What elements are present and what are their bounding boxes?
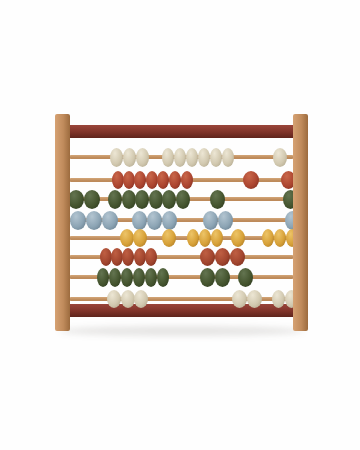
bead-row7-green-5[interactable] (145, 268, 157, 287)
bead-row7-green-4[interactable] (133, 268, 145, 287)
bead-row5-yellow-3[interactable] (162, 229, 176, 247)
bead-row1-cream-2[interactable] (123, 148, 136, 167)
bead-row5-yellow-8[interactable] (262, 229, 274, 247)
bead-row7-green-3[interactable] (121, 268, 133, 287)
bead-row5-yellow-7[interactable] (231, 229, 245, 247)
bead-row4-blue-8[interactable] (218, 211, 233, 230)
bead-row8-cream-5[interactable] (247, 290, 262, 308)
bead-row1-cream-1[interactable] (110, 148, 123, 167)
bead-row3-green-6[interactable] (149, 190, 163, 209)
bead-row5-yellow-1[interactable] (120, 229, 134, 247)
bead-row2-red-6[interactable] (169, 171, 181, 189)
bead-row8-cream-1[interactable] (107, 290, 121, 308)
bead-row5-yellow-4[interactable] (187, 229, 199, 247)
bead-row4-blue-1[interactable] (70, 211, 86, 230)
bead-row3-green-9[interactable] (210, 190, 225, 209)
bead-row2-red-7[interactable] (181, 171, 193, 189)
bottom-bar (66, 304, 296, 317)
bead-row1-cream-6[interactable] (186, 148, 198, 167)
bead-row1-cream-5[interactable] (174, 148, 186, 167)
bead-row1-cream-7[interactable] (198, 148, 210, 167)
bead-row2-red-8[interactable] (243, 171, 259, 189)
bead-row1-cream-8[interactable] (210, 148, 222, 167)
bead-row8-cream-3[interactable] (134, 290, 148, 308)
bead-row3-green-5[interactable] (135, 190, 149, 209)
bead-row1-cream-10[interactable] (273, 148, 287, 167)
bead-row3-green-1[interactable] (68, 190, 84, 209)
left-post (55, 114, 70, 331)
bead-row7-green-2[interactable] (109, 268, 121, 287)
bead-row4-blue-6[interactable] (162, 211, 177, 230)
bead-row3-green-7[interactable] (162, 190, 176, 209)
top-bar (66, 125, 296, 138)
abacus-shadow (59, 326, 304, 336)
bead-row1-cream-9[interactable] (222, 148, 234, 167)
bead-row4-blue-2[interactable] (86, 211, 102, 230)
bead-row4-blue-5[interactable] (147, 211, 162, 230)
bead-row1-cream-3[interactable] (136, 148, 149, 167)
bead-row6-rust-3[interactable] (122, 248, 134, 266)
bead-row5-yellow-2[interactable] (133, 229, 147, 247)
abacus (0, 0, 360, 450)
bead-row7-green-1[interactable] (97, 268, 109, 287)
bead-row7-green-8[interactable] (215, 268, 230, 287)
bead-row8-cream-2[interactable] (121, 290, 135, 308)
bead-row3-green-4[interactable] (122, 190, 136, 209)
bead-row5-yellow-6[interactable] (211, 229, 223, 247)
bead-row3-green-8[interactable] (176, 190, 190, 209)
bead-row5-yellow-9[interactable] (274, 229, 286, 247)
bead-row1-cream-4[interactable] (162, 148, 174, 167)
bead-row8-cream-4[interactable] (232, 290, 247, 308)
bead-row6-rust-5[interactable] (145, 248, 157, 266)
rod-5 (69, 236, 294, 240)
bead-row7-green-6[interactable] (157, 268, 169, 287)
bead-row3-green-2[interactable] (84, 190, 100, 209)
bead-row7-green-7[interactable] (200, 268, 215, 287)
bead-row3-green-3[interactable] (108, 190, 122, 209)
bead-row4-blue-4[interactable] (132, 211, 147, 230)
bead-row6-rust-8[interactable] (230, 248, 245, 266)
bead-row7-green-9[interactable] (238, 268, 253, 287)
bead-row4-blue-7[interactable] (203, 211, 218, 230)
bead-row5-yellow-5[interactable] (199, 229, 211, 247)
bead-row6-rust-6[interactable] (200, 248, 215, 266)
bead-row2-red-5[interactable] (157, 171, 169, 189)
bead-row4-blue-3[interactable] (102, 211, 118, 230)
right-post (293, 114, 308, 331)
bead-row6-rust-7[interactable] (215, 248, 230, 266)
bead-row2-red-3[interactable] (134, 171, 146, 189)
bead-row8-cream-6[interactable] (272, 290, 285, 308)
